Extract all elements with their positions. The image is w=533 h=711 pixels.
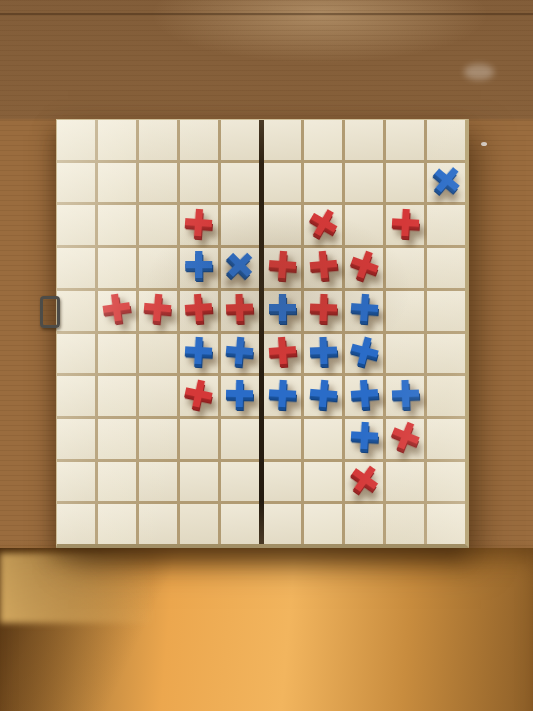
- cell-r6c2[interactable]: [98, 334, 136, 374]
- cell-r4c4[interactable]: ✚: [180, 248, 218, 288]
- cell-r9c9[interactable]: [386, 462, 424, 502]
- red-piece[interactable]: ✚: [180, 373, 218, 416]
- cell-r10c8[interactable]: [345, 504, 383, 544]
- cell-r8c10[interactable]: [427, 419, 465, 459]
- cell-r1c7[interactable]: [304, 120, 342, 160]
- cell-r7c6[interactable]: ✚: [264, 376, 302, 416]
- cell-r9c6[interactable]: [264, 462, 302, 502]
- blue-piece[interactable]: ✚: [267, 290, 298, 327]
- cell-r2c2[interactable]: [98, 163, 136, 203]
- cell-r9c10[interactable]: [427, 462, 465, 502]
- red-piece[interactable]: ✚: [307, 290, 339, 328]
- cell-r6c4[interactable]: ✚: [180, 334, 218, 374]
- game-board[interactable]: ✚✚✚✚✚✚✚✚✚✚✚ ✚✚✚✚✚✚✚✚✚✚✚✚✚✚✚✚✚✚✚: [56, 119, 469, 548]
- cell-r8c5[interactable]: [221, 419, 259, 459]
- table-scuff: [464, 64, 494, 80]
- cell-r5c5[interactable]: ✚: [221, 291, 259, 331]
- cell-r5c2[interactable]: ✚: [98, 291, 136, 331]
- cell-r8c6[interactable]: [264, 419, 302, 459]
- cell-r5c7[interactable]: ✚: [304, 291, 342, 331]
- cell-r5c6[interactable]: ✚: [264, 291, 302, 331]
- cell-r7c3[interactable]: [139, 376, 177, 416]
- cell-r6c1[interactable]: [57, 334, 95, 374]
- cell-r4c2[interactable]: [98, 248, 136, 288]
- blue-piece[interactable]: ✚: [215, 242, 263, 290]
- cell-r6c6[interactable]: ✚: [264, 334, 302, 374]
- cell-r10c5[interactable]: [221, 504, 259, 544]
- cell-r2c10[interactable]: ✚: [427, 163, 465, 203]
- metal-clasp: [40, 296, 60, 328]
- red-piece[interactable]: ✚: [384, 414, 427, 460]
- cell-r5c10[interactable]: [427, 291, 465, 331]
- cell-r2c4[interactable]: [180, 163, 218, 203]
- cell-r5c8[interactable]: ✚: [345, 291, 383, 331]
- red-piece[interactable]: ✚: [301, 199, 346, 247]
- cell-r4c10[interactable]: [427, 248, 465, 288]
- cell-r7c4[interactable]: ✚: [180, 376, 218, 416]
- blue-piece[interactable]: ✚: [389, 375, 421, 413]
- blue-piece[interactable]: ✚: [348, 417, 381, 456]
- cell-r1c4[interactable]: [180, 120, 218, 160]
- cell-r1c10[interactable]: [427, 120, 465, 160]
- cell-r1c1[interactable]: [57, 120, 95, 160]
- cell-r3c4[interactable]: ✚: [180, 205, 218, 245]
- cell-r6c3[interactable]: [139, 334, 177, 374]
- cell-r9c1[interactable]: [57, 462, 95, 502]
- board-right-panel: ✚✚✚✚✚✚✚✚✚✚✚✚✚✚✚✚✚✚✚: [264, 120, 466, 544]
- cell-r7c8[interactable]: ✚: [345, 376, 383, 416]
- cell-r1c8[interactable]: [345, 120, 383, 160]
- cell-r10c6[interactable]: [264, 504, 302, 544]
- cell-r5c1[interactable]: [57, 291, 95, 331]
- cell-r9c3[interactable]: [139, 462, 177, 502]
- cell-r5c4[interactable]: ✚: [180, 291, 218, 331]
- cell-r4c7[interactable]: ✚: [304, 248, 342, 288]
- red-piece[interactable]: ✚: [223, 290, 255, 328]
- red-piece[interactable]: ✚: [306, 246, 340, 286]
- cell-r2c9[interactable]: [386, 163, 424, 203]
- red-piece[interactable]: ✚: [182, 289, 216, 328]
- blue-piece[interactable]: ✚: [347, 374, 381, 413]
- cell-r10c3[interactable]: [139, 504, 177, 544]
- cell-r10c7[interactable]: [304, 504, 342, 544]
- cell-r2c6[interactable]: [264, 163, 302, 203]
- cell-r7c1[interactable]: [57, 376, 95, 416]
- blue-piece[interactable]: ✚: [222, 332, 256, 372]
- cell-r8c1[interactable]: [57, 419, 95, 459]
- cell-r8c2[interactable]: [98, 419, 136, 459]
- cell-r4c6[interactable]: ✚: [264, 248, 302, 288]
- cell-r2c3[interactable]: [139, 163, 177, 203]
- cell-r10c1[interactable]: [57, 504, 95, 544]
- red-piece[interactable]: ✚: [99, 288, 135, 329]
- cell-r3c8[interactable]: [345, 205, 383, 245]
- cell-r4c9[interactable]: [386, 248, 424, 288]
- cell-r6c10[interactable]: [427, 334, 465, 374]
- cell-r3c2[interactable]: [98, 205, 136, 245]
- cell-r9c8[interactable]: ✚: [345, 462, 383, 502]
- red-piece[interactable]: ✚: [141, 289, 175, 329]
- blue-piece[interactable]: ✚: [182, 332, 215, 371]
- cell-r8c9[interactable]: ✚: [386, 419, 424, 459]
- cell-r1c5[interactable]: [221, 120, 259, 160]
- red-piece[interactable]: ✚: [341, 455, 388, 503]
- cell-r6c8[interactable]: ✚: [345, 334, 383, 374]
- blue-piece[interactable]: ✚: [306, 374, 340, 414]
- cell-r3c7[interactable]: ✚: [304, 205, 342, 245]
- cell-r1c3[interactable]: [139, 120, 177, 160]
- red-piece[interactable]: ✚: [343, 243, 385, 288]
- cell-r4c8[interactable]: ✚: [345, 248, 383, 288]
- cell-r1c6[interactable]: [264, 120, 302, 160]
- red-piece[interactable]: ✚: [266, 246, 300, 285]
- cell-r10c10[interactable]: [427, 504, 465, 544]
- cell-r3c10[interactable]: [427, 205, 465, 245]
- cell-r1c2[interactable]: [98, 120, 136, 160]
- cell-r10c9[interactable]: [386, 504, 424, 544]
- table-plank-seam: [0, 13, 533, 15]
- cell-r5c9[interactable]: [386, 291, 424, 331]
- cell-r7c7[interactable]: ✚: [304, 376, 342, 416]
- cell-r5c3[interactable]: ✚: [139, 291, 177, 331]
- cell-r4c5[interactable]: ✚: [221, 248, 259, 288]
- cell-r2c5[interactable]: [221, 163, 259, 203]
- cell-r7c9[interactable]: ✚: [386, 376, 424, 416]
- cell-r7c2[interactable]: [98, 376, 136, 416]
- sunlight-wedge: [0, 553, 150, 623]
- cell-r6c9[interactable]: [386, 334, 424, 374]
- cell-r7c10[interactable]: [427, 376, 465, 416]
- cell-r4c3[interactable]: [139, 248, 177, 288]
- cell-r10c4[interactable]: [180, 504, 218, 544]
- cell-r1c9[interactable]: [386, 120, 424, 160]
- cell-r4c1[interactable]: [57, 248, 95, 288]
- cell-r2c1[interactable]: [57, 163, 95, 203]
- blue-piece[interactable]: ✚: [307, 332, 339, 370]
- red-piece[interactable]: ✚: [266, 332, 300, 371]
- cell-r3c6[interactable]: [264, 205, 302, 245]
- cell-r8c4[interactable]: [180, 419, 218, 459]
- blue-piece[interactable]: ✚: [183, 247, 214, 284]
- blue-piece[interactable]: ✚: [347, 289, 381, 328]
- red-piece[interactable]: ✚: [182, 204, 216, 243]
- cell-r3c9[interactable]: ✚: [386, 205, 424, 245]
- cell-r3c1[interactable]: [57, 205, 95, 245]
- cell-r2c8[interactable]: [345, 163, 383, 203]
- blue-piece[interactable]: ✚: [266, 375, 299, 414]
- cell-r7c5[interactable]: ✚: [221, 376, 259, 416]
- cell-r3c3[interactable]: [139, 205, 177, 245]
- cell-r9c7[interactable]: [304, 462, 342, 502]
- cell-r6c5[interactable]: ✚: [221, 334, 259, 374]
- cell-r2c7[interactable]: [304, 163, 342, 203]
- cell-r10c2[interactable]: [98, 504, 136, 544]
- table-speck: [481, 142, 487, 146]
- cell-r6c7[interactable]: ✚: [304, 334, 342, 374]
- board-left-panel: ✚✚✚✚✚✚✚✚✚✚✚: [57, 120, 259, 544]
- cell-r3c5[interactable]: [221, 205, 259, 245]
- red-piece[interactable]: ✚: [389, 204, 422, 243]
- cell-r9c4[interactable]: [180, 462, 218, 502]
- blue-piece[interactable]: ✚: [224, 375, 256, 413]
- cell-r8c7[interactable]: [304, 419, 342, 459]
- cell-r9c5[interactable]: [221, 462, 259, 502]
- cell-r9c2[interactable]: [98, 462, 136, 502]
- cell-r8c3[interactable]: [139, 419, 177, 459]
- blue-piece[interactable]: ✚: [422, 156, 470, 204]
- blue-piece[interactable]: ✚: [344, 329, 384, 373]
